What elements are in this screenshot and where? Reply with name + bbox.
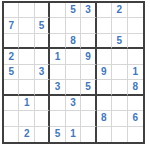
cell-r9c9[interactable]: [128, 127, 143, 142]
cell-r9c5[interactable]: 1: [66, 127, 81, 142]
cell-r5c5[interactable]: [66, 65, 81, 80]
cell-r3c9[interactable]: [128, 34, 143, 49]
cell-r8c5[interactable]: [66, 111, 81, 126]
cell-r8c6[interactable]: [81, 111, 96, 126]
cell-r1c1[interactable]: [4, 3, 19, 18]
cell-r4c5[interactable]: [66, 49, 81, 64]
cell-r6c3[interactable]: [35, 80, 50, 95]
cell-r7c2[interactable]: 1: [19, 96, 34, 111]
cell-r9c3[interactable]: [35, 127, 50, 142]
cell-r8c2[interactable]: [19, 111, 34, 126]
cell-r7c9[interactable]: [128, 96, 143, 111]
cell-r7c5[interactable]: 3: [66, 96, 81, 111]
cell-r4c4[interactable]: 1: [50, 49, 65, 64]
cell-r3c2[interactable]: [19, 34, 34, 49]
cell-r9c4[interactable]: 5: [50, 127, 65, 142]
cell-r8c8[interactable]: [112, 111, 127, 126]
cell-r3c4[interactable]: [50, 34, 65, 49]
cell-r1c9[interactable]: [128, 3, 143, 18]
cell-r5c7[interactable]: 9: [97, 65, 112, 80]
cell-r6c6[interactable]: 5: [81, 80, 96, 95]
cell-r2c3[interactable]: 5: [35, 18, 50, 33]
cell-r4c2[interactable]: [19, 49, 34, 64]
cell-r7c6[interactable]: [81, 96, 96, 111]
cell-r1c7[interactable]: [97, 3, 112, 18]
cell-r6c5[interactable]: [66, 80, 81, 95]
cell-r1c5[interactable]: 5: [66, 3, 81, 18]
cell-r7c7[interactable]: [97, 96, 112, 111]
cell-r4c9[interactable]: [128, 49, 143, 64]
cell-r6c4[interactable]: 3: [50, 80, 65, 95]
cell-r6c2[interactable]: [19, 80, 34, 95]
cell-r5c4[interactable]: [50, 65, 65, 80]
cell-r9c8[interactable]: [112, 127, 127, 142]
cell-r2c8[interactable]: [112, 18, 127, 33]
cell-r5c9[interactable]: 1: [128, 65, 143, 80]
cell-r8c4[interactable]: [50, 111, 65, 126]
cell-r2c7[interactable]: [97, 18, 112, 33]
cell-r9c6[interactable]: [81, 127, 96, 142]
cell-r2c9[interactable]: [128, 18, 143, 33]
cell-r6c9[interactable]: 8: [128, 80, 143, 95]
cell-r5c1[interactable]: 5: [4, 65, 19, 80]
cell-r3c7[interactable]: [97, 34, 112, 49]
cell-r8c7[interactable]: 8: [97, 111, 112, 126]
cell-r2c5[interactable]: [66, 18, 81, 33]
cell-r6c7[interactable]: [97, 80, 112, 95]
cell-r2c6[interactable]: [81, 18, 96, 33]
cell-r7c3[interactable]: [35, 96, 50, 111]
cell-r9c7[interactable]: [97, 127, 112, 142]
cell-r5c3[interactable]: 3: [35, 65, 50, 80]
cell-r8c1[interactable]: [4, 111, 19, 126]
cell-r1c2[interactable]: [19, 3, 34, 18]
cell-r9c1[interactable]: [4, 127, 19, 142]
cell-r8c3[interactable]: [35, 111, 50, 126]
cell-r2c1[interactable]: 7: [4, 18, 19, 33]
cell-r7c8[interactable]: [112, 96, 127, 111]
cell-r5c6[interactable]: [81, 65, 96, 80]
cell-r7c4[interactable]: [50, 96, 65, 111]
cell-r3c5[interactable]: 8: [66, 34, 81, 49]
cell-r4c3[interactable]: [35, 49, 50, 64]
cell-r5c2[interactable]: [19, 65, 34, 80]
cell-r5c8[interactable]: [112, 65, 127, 80]
cell-r2c4[interactable]: [50, 18, 65, 33]
cell-r6c8[interactable]: [112, 80, 127, 95]
cell-r6c1[interactable]: [4, 80, 19, 95]
cell-r4c1[interactable]: 2: [4, 49, 19, 64]
cell-r3c8[interactable]: 5: [112, 34, 127, 49]
cell-r1c8[interactable]: 2: [112, 3, 127, 18]
cell-r8c9[interactable]: 6: [128, 111, 143, 126]
sudoku-board: 532758521953913581386251: [2, 1, 145, 144]
cell-r3c3[interactable]: [35, 34, 50, 49]
cell-r2c2[interactable]: [19, 18, 34, 33]
cell-r4c7[interactable]: [97, 49, 112, 64]
cell-r7c1[interactable]: [4, 96, 19, 111]
cell-r4c6[interactable]: 9: [81, 49, 96, 64]
cell-r3c1[interactable]: [4, 34, 19, 49]
cell-r4c8[interactable]: [112, 49, 127, 64]
cell-r9c2[interactable]: 2: [19, 127, 34, 142]
cell-r1c4[interactable]: [50, 3, 65, 18]
cell-r1c6[interactable]: 3: [81, 3, 96, 18]
cell-r3c6[interactable]: [81, 34, 96, 49]
cell-r1c3[interactable]: [35, 3, 50, 18]
